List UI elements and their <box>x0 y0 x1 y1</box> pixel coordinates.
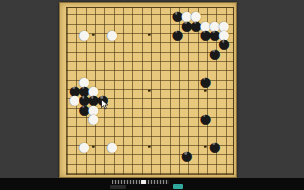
stone-black: ● <box>209 47 221 60</box>
stone-black: ● <box>209 140 221 153</box>
stone-highlight <box>213 143 215 145</box>
mouse-cursor-icon <box>101 96 109 114</box>
stone-white: ● <box>78 28 90 41</box>
stone-highlight <box>185 152 187 154</box>
goban[interactable]: ●●●●●●●●●●●●●●●●●●●●●●●●●●●●●●●●● <box>59 2 237 178</box>
stone-white: ● <box>78 140 90 153</box>
stone-highlight <box>185 22 187 24</box>
stone-highlight <box>91 96 93 98</box>
toolbar-left-button[interactable]: · · · · <box>110 185 126 190</box>
stone-highlight <box>203 78 205 80</box>
toolbar-status-text: ·· ··· <box>150 185 161 190</box>
stone-black: ● <box>181 149 193 162</box>
move-slider[interactable] <box>112 180 169 184</box>
stone-white: ● <box>88 112 100 125</box>
stone-black: ● <box>200 112 212 125</box>
stone-highlight <box>203 31 205 33</box>
stone-highlight <box>175 31 177 33</box>
stone-black: ● <box>200 74 212 87</box>
stone-highlight <box>82 106 84 108</box>
stone-highlight <box>213 31 215 33</box>
app-background: ●●●●●●●●●●●●●●●●●●●●●●●●●●●●●●●●● · · · … <box>0 0 304 190</box>
stone-highlight <box>175 12 177 14</box>
stone-highlight <box>82 87 84 89</box>
primary-action-button[interactable]: · · <box>173 184 183 189</box>
bottom-toolbar: · · · · ·· ··· · · <box>0 178 304 190</box>
stone-white: ● <box>106 28 118 41</box>
stone-highlight <box>213 50 215 52</box>
stone-highlight <box>73 87 75 89</box>
stone-highlight <box>194 22 196 24</box>
stone-black: ● <box>172 28 184 41</box>
stone-white: ● <box>106 140 118 153</box>
stone-highlight <box>222 40 224 42</box>
stone-highlight <box>203 115 205 117</box>
stone-highlight <box>82 96 84 98</box>
slider-handle[interactable] <box>141 180 146 185</box>
